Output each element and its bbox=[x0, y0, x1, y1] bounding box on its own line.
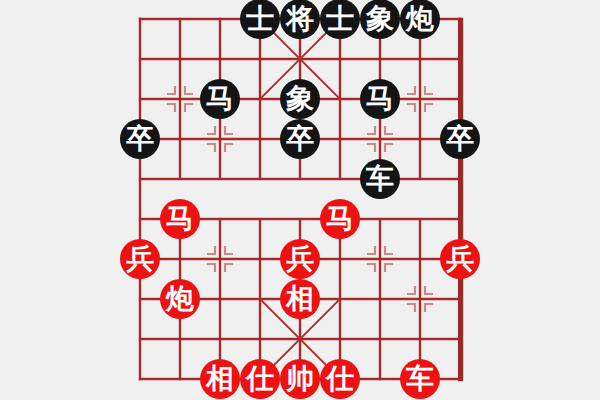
piece-red-general[interactable]: 帅 bbox=[280, 359, 320, 399]
piece-red-chariot[interactable]: 车 bbox=[400, 359, 440, 399]
xiangqi-app: 士将士象炮马象马卒卒卒车马马兵兵兵炮相相仕帅仕车 bbox=[0, 0, 600, 400]
piece-red-horse[interactable]: 马 bbox=[160, 199, 200, 239]
piece-black-cannon[interactable]: 炮 bbox=[400, 0, 440, 39]
piece-red-elephant[interactable]: 相 bbox=[280, 279, 320, 319]
piece-black-chariot[interactable]: 车 bbox=[360, 159, 400, 199]
piece-black-general[interactable]: 将 bbox=[280, 0, 320, 39]
piece-black-elephant[interactable]: 象 bbox=[280, 79, 320, 119]
piece-red-advisor[interactable]: 仕 bbox=[320, 359, 360, 399]
pieces-layer: 士将士象炮马象马卒卒卒车马马兵兵兵炮相相仕帅仕车 bbox=[0, 0, 600, 400]
piece-black-soldier[interactable]: 卒 bbox=[280, 119, 320, 159]
piece-black-advisor[interactable]: 士 bbox=[320, 0, 360, 39]
piece-red-soldier[interactable]: 兵 bbox=[440, 239, 480, 279]
piece-red-horse[interactable]: 马 bbox=[320, 199, 360, 239]
piece-red-elephant[interactable]: 相 bbox=[200, 359, 240, 399]
xiangqi-board[interactable]: 士将士象炮马象马卒卒卒车马马兵兵兵炮相相仕帅仕车 bbox=[0, 0, 600, 400]
piece-red-advisor[interactable]: 仕 bbox=[240, 359, 280, 399]
piece-black-advisor[interactable]: 士 bbox=[240, 0, 280, 39]
piece-black-horse[interactable]: 马 bbox=[200, 79, 240, 119]
piece-black-soldier[interactable]: 卒 bbox=[120, 119, 160, 159]
piece-black-elephant[interactable]: 象 bbox=[360, 0, 400, 39]
piece-black-soldier[interactable]: 卒 bbox=[440, 119, 480, 159]
piece-black-horse[interactable]: 马 bbox=[360, 79, 400, 119]
piece-red-soldier[interactable]: 兵 bbox=[280, 239, 320, 279]
piece-red-soldier[interactable]: 兵 bbox=[120, 239, 160, 279]
piece-red-cannon[interactable]: 炮 bbox=[160, 279, 200, 319]
